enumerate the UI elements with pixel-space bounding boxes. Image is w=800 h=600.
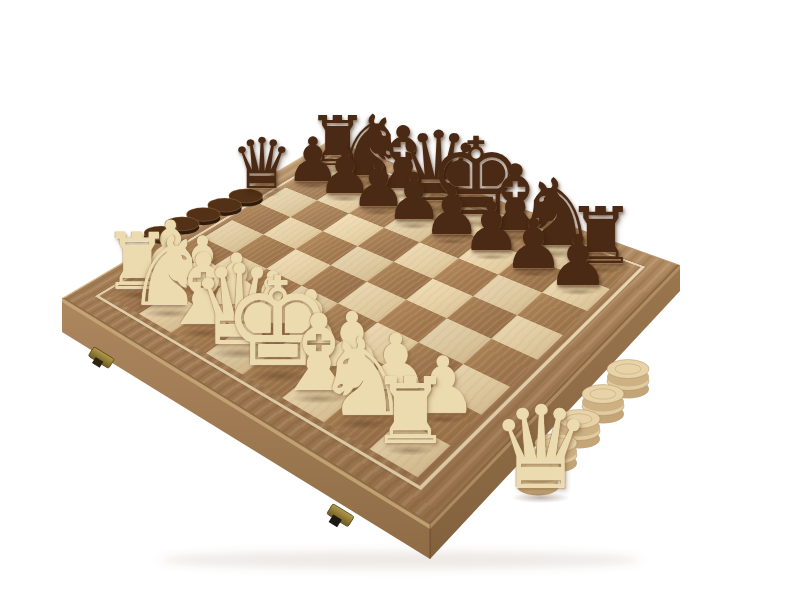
chess-photo-scene: ♜♞♝♛♚♝♞♜♟♟♟♟♟♟♟♟♟♟♟♟♟♟♟♟♜♞♝♛♚♝♞♜♛♛ [0,0,800,600]
piece-black-pawn-h7[interactable]: ♟ [547,226,610,296]
spare-light-queen[interactable]: ♛ [490,391,592,505]
pieces-layer: ♜♞♝♛♚♝♞♜♟♟♟♟♟♟♟♟♟♟♟♟♟♟♟♟♜♞♝♛♚♝♞♜♛♛ [0,0,800,600]
piece-white-rook-h1[interactable]: ♜ [370,366,451,457]
spare-dark-queen[interactable]: ♛ [231,129,294,199]
